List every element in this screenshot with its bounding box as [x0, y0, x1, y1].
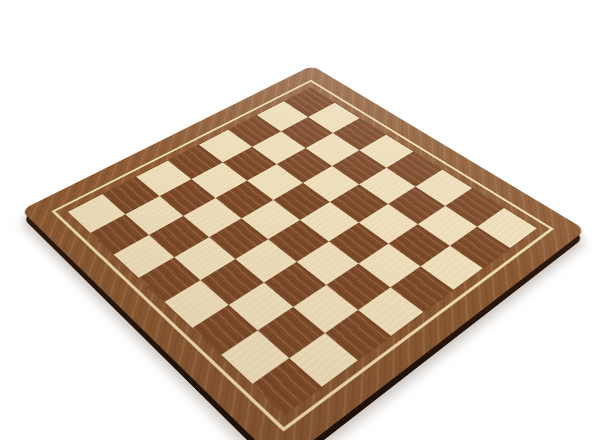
board-square	[293, 285, 358, 333]
board-square	[138, 257, 200, 302]
board-square	[325, 309, 392, 360]
board-square	[289, 333, 357, 387]
board-frame	[21, 66, 586, 440]
board-square	[221, 330, 289, 383]
board-square	[327, 264, 390, 310]
board-square	[358, 243, 420, 287]
board-grid	[68, 88, 537, 414]
chess-board	[21, 66, 586, 440]
board-square	[268, 220, 328, 261]
product-photo-scene	[0, 0, 600, 440]
board-square	[149, 216, 208, 257]
board-square	[449, 226, 510, 268]
board-square	[358, 287, 423, 335]
board-square	[192, 304, 258, 354]
board-square	[114, 235, 175, 278]
board-square	[235, 239, 296, 282]
board-square	[297, 241, 359, 284]
board-square	[201, 259, 264, 304]
board-square	[174, 237, 235, 280]
board-square	[420, 246, 482, 290]
board-square	[229, 282, 294, 330]
board-square	[390, 266, 454, 312]
board-square	[389, 224, 450, 266]
board-square	[165, 280, 229, 328]
board-square	[264, 261, 327, 307]
board-square	[258, 307, 324, 358]
maple-inlay-line	[51, 80, 554, 432]
board-square	[328, 222, 388, 263]
board-square	[252, 358, 322, 415]
board-square	[209, 218, 269, 259]
